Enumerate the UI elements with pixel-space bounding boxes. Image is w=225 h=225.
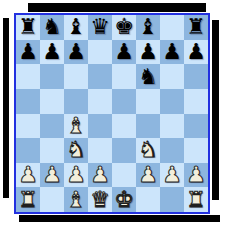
square-f6[interactable]: ♞ [136, 64, 160, 89]
square-d7[interactable] [88, 40, 112, 65]
square-g3[interactable] [160, 138, 184, 163]
square-h3[interactable] [184, 138, 208, 163]
square-c3[interactable]: ♞ [64, 138, 88, 163]
square-e4[interactable] [112, 114, 136, 139]
square-e3[interactable] [112, 138, 136, 163]
chess-board-frame: ♜♞♝♛♚♝♜♟♟♟♟♟♟♟♞♝♞♞♟♟♟♟♟♟♟♜♝♛♚♜ [14, 13, 210, 214]
square-f1[interactable] [136, 187, 160, 212]
square-b1[interactable] [40, 187, 64, 212]
piece-black-pawn[interactable]: ♟ [160, 40, 184, 65]
piece-white-pawn[interactable]: ♟ [184, 163, 208, 188]
piece-white-knight[interactable]: ♞ [136, 138, 160, 163]
frame-bar-left [3, 18, 9, 198]
piece-white-rook[interactable]: ♜ [184, 187, 208, 212]
square-f3[interactable]: ♞ [136, 138, 160, 163]
square-a8[interactable]: ♜ [16, 15, 40, 40]
piece-black-bishop[interactable]: ♝ [136, 15, 160, 40]
square-g2[interactable]: ♟ [160, 163, 184, 188]
square-d3[interactable] [88, 138, 112, 163]
square-g8[interactable] [160, 15, 184, 40]
square-e2[interactable] [112, 163, 136, 188]
piece-white-king[interactable]: ♚ [112, 187, 136, 212]
chess-app-window: ♜♞♝♛♚♝♜♟♟♟♟♟♟♟♞♝♞♞♟♟♟♟♟♟♟♜♝♛♚♜ [0, 0, 225, 225]
square-e1[interactable]: ♚ [112, 187, 136, 212]
square-f7[interactable]: ♟ [136, 40, 160, 65]
square-b7[interactable]: ♟ [40, 40, 64, 65]
square-f5[interactable] [136, 89, 160, 114]
piece-black-rook[interactable]: ♜ [184, 15, 208, 40]
square-a3[interactable] [16, 138, 40, 163]
square-f4[interactable] [136, 114, 160, 139]
piece-white-bishop[interactable]: ♝ [64, 114, 88, 139]
square-h4[interactable] [184, 114, 208, 139]
square-g5[interactable] [160, 89, 184, 114]
piece-black-pawn[interactable]: ♟ [64, 40, 88, 65]
square-g6[interactable] [160, 64, 184, 89]
square-b2[interactable]: ♟ [40, 163, 64, 188]
piece-white-queen[interactable]: ♛ [88, 187, 112, 212]
piece-white-bishop[interactable]: ♝ [64, 187, 88, 212]
square-d5[interactable] [88, 89, 112, 114]
piece-black-pawn[interactable]: ♟ [112, 40, 136, 65]
chess-board[interactable]: ♜♞♝♛♚♝♜♟♟♟♟♟♟♟♞♝♞♞♟♟♟♟♟♟♟♜♝♛♚♜ [16, 15, 208, 212]
square-h8[interactable]: ♜ [184, 15, 208, 40]
square-c4[interactable]: ♝ [64, 114, 88, 139]
square-h5[interactable] [184, 89, 208, 114]
square-c8[interactable]: ♝ [64, 15, 88, 40]
piece-black-pawn[interactable]: ♟ [16, 40, 40, 65]
square-e5[interactable] [112, 89, 136, 114]
square-h6[interactable] [184, 64, 208, 89]
square-d4[interactable] [88, 114, 112, 139]
piece-black-queen[interactable]: ♛ [88, 15, 112, 40]
piece-white-pawn[interactable]: ♟ [88, 163, 112, 188]
piece-black-pawn[interactable]: ♟ [136, 40, 160, 65]
piece-black-pawn[interactable]: ♟ [40, 40, 64, 65]
square-e8[interactable]: ♚ [112, 15, 136, 40]
square-c1[interactable]: ♝ [64, 187, 88, 212]
square-g1[interactable] [160, 187, 184, 212]
square-f8[interactable]: ♝ [136, 15, 160, 40]
piece-black-knight[interactable]: ♞ [136, 64, 160, 89]
square-e7[interactable]: ♟ [112, 40, 136, 65]
square-a4[interactable] [16, 114, 40, 139]
square-h2[interactable]: ♟ [184, 163, 208, 188]
piece-white-pawn[interactable]: ♟ [16, 163, 40, 188]
square-b5[interactable] [40, 89, 64, 114]
square-c2[interactable]: ♟ [64, 163, 88, 188]
square-b4[interactable] [40, 114, 64, 139]
square-g4[interactable] [160, 114, 184, 139]
piece-black-king[interactable]: ♚ [112, 15, 136, 40]
square-e6[interactable] [112, 64, 136, 89]
square-a2[interactable]: ♟ [16, 163, 40, 188]
piece-black-bishop[interactable]: ♝ [64, 15, 88, 40]
piece-black-pawn[interactable]: ♟ [184, 40, 208, 65]
frame-bar-right [212, 20, 219, 200]
square-f2[interactable]: ♟ [136, 163, 160, 188]
piece-white-pawn[interactable]: ♟ [40, 163, 64, 188]
square-a6[interactable] [16, 64, 40, 89]
piece-white-rook[interactable]: ♜ [16, 187, 40, 212]
square-b6[interactable] [40, 64, 64, 89]
square-a1[interactable]: ♜ [16, 187, 40, 212]
square-d1[interactable]: ♛ [88, 187, 112, 212]
square-g7[interactable]: ♟ [160, 40, 184, 65]
square-c5[interactable] [64, 89, 88, 114]
square-d2[interactable]: ♟ [88, 163, 112, 188]
square-b8[interactable]: ♞ [40, 15, 64, 40]
square-a5[interactable] [16, 89, 40, 114]
piece-black-rook[interactable]: ♜ [16, 15, 40, 40]
square-h1[interactable]: ♜ [184, 187, 208, 212]
square-d6[interactable] [88, 64, 112, 89]
frame-bar-top [28, 3, 206, 12]
square-b3[interactable] [40, 138, 64, 163]
piece-black-knight[interactable]: ♞ [40, 15, 64, 40]
square-c7[interactable]: ♟ [64, 40, 88, 65]
square-c6[interactable] [64, 64, 88, 89]
square-a7[interactable]: ♟ [16, 40, 40, 65]
piece-white-pawn[interactable]: ♟ [64, 163, 88, 188]
square-h7[interactable]: ♟ [184, 40, 208, 65]
square-d8[interactable]: ♛ [88, 15, 112, 40]
piece-white-pawn[interactable]: ♟ [160, 163, 184, 188]
piece-white-pawn[interactable]: ♟ [136, 163, 160, 188]
piece-white-knight[interactable]: ♞ [64, 138, 88, 163]
frame-bar-bottom [19, 215, 220, 222]
